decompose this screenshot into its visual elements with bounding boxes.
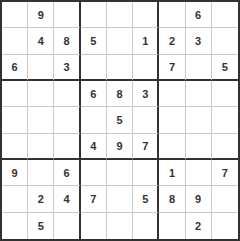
sudoku-cell-r4c6-given[interactable]: 3: [133, 81, 159, 107]
sudoku-cell-r6c9-empty[interactable]: [212, 134, 238, 160]
sudoku-cell-r2c7-given[interactable]: 2: [159, 28, 185, 54]
sudoku-cell-r6c4-given[interactable]: 4: [81, 134, 107, 160]
sudoku-cell-r3c9-given[interactable]: 5: [212, 55, 238, 81]
sudoku-cell-r3c4-empty[interactable]: [81, 55, 107, 81]
sudoku-cell-r3c2-empty[interactable]: [28, 55, 54, 81]
sudoku-cell-r7c1-given[interactable]: 9: [2, 160, 28, 186]
sudoku-cell-r8c4-given[interactable]: 7: [81, 186, 107, 212]
sudoku-cell-r9c3-empty[interactable]: [54, 213, 80, 239]
sudoku-cell-r1c4-empty[interactable]: [81, 2, 107, 28]
sudoku-cell-r1c2-given[interactable]: 9: [28, 2, 54, 28]
sudoku-cell-r9c1-empty[interactable]: [2, 213, 28, 239]
sudoku-cell-r8c3-given[interactable]: 4: [54, 186, 80, 212]
sudoku-cell-r7c7-given[interactable]: 1: [159, 160, 185, 186]
sudoku-cell-r7c6-empty[interactable]: [133, 160, 159, 186]
sudoku-cell-r1c9-empty[interactable]: [212, 2, 238, 28]
sudoku-cell-r1c8-given[interactable]: 6: [186, 2, 212, 28]
sudoku-cell-r3c3-given[interactable]: 3: [54, 55, 80, 81]
sudoku-cell-r7c2-empty[interactable]: [28, 160, 54, 186]
sudoku-cell-r1c5-empty[interactable]: [107, 2, 133, 28]
sudoku-cell-r2c2-given[interactable]: 4: [28, 28, 54, 54]
sudoku-cell-r4c9-empty[interactable]: [212, 81, 238, 107]
sudoku-cell-r7c5-empty[interactable]: [107, 160, 133, 186]
sudoku-cell-r9c8-given[interactable]: 2: [186, 213, 212, 239]
sudoku-cell-r1c1-empty[interactable]: [2, 2, 28, 28]
sudoku-cell-r8c5-empty[interactable]: [107, 186, 133, 212]
sudoku-cell-r2c3-given[interactable]: 8: [54, 28, 80, 54]
sudoku-cell-r4c5-given[interactable]: 8: [107, 81, 133, 107]
sudoku-cell-r2c1-empty[interactable]: [2, 28, 28, 54]
sudoku-cell-r6c5-given[interactable]: 9: [107, 134, 133, 160]
sudoku-cell-r6c1-empty[interactable]: [2, 134, 28, 160]
sudoku-cell-r8c6-given[interactable]: 5: [133, 186, 159, 212]
sudoku-cell-r6c2-empty[interactable]: [28, 134, 54, 160]
sudoku-cell-r7c8-empty[interactable]: [186, 160, 212, 186]
sudoku-cell-r6c7-empty[interactable]: [159, 134, 185, 160]
sudoku-cell-r5c3-empty[interactable]: [54, 107, 80, 133]
sudoku-cell-r8c2-given[interactable]: 2: [28, 186, 54, 212]
sudoku-cell-r9c2-given[interactable]: 5: [28, 213, 54, 239]
sudoku-cell-r4c8-empty[interactable]: [186, 81, 212, 107]
sudoku-cell-r5c1-empty[interactable]: [2, 107, 28, 133]
sudoku-cell-r8c8-given[interactable]: 9: [186, 186, 212, 212]
sudoku-cell-r8c1-empty[interactable]: [2, 186, 28, 212]
sudoku-cell-r9c7-empty[interactable]: [159, 213, 185, 239]
sudoku-cell-r2c4-given[interactable]: 5: [81, 28, 107, 54]
sudoku-cell-r2c9-empty[interactable]: [212, 28, 238, 54]
sudoku-cell-r6c3-empty[interactable]: [54, 134, 80, 160]
sudoku-cell-r5c4-empty[interactable]: [81, 107, 107, 133]
sudoku-cell-r4c1-empty[interactable]: [2, 81, 28, 107]
sudoku-cell-r2c6-given[interactable]: 1: [133, 28, 159, 54]
sudoku-cell-r5c7-empty[interactable]: [159, 107, 185, 133]
sudoku-cell-r4c3-empty[interactable]: [54, 81, 80, 107]
sudoku-cell-r6c6-given[interactable]: 7: [133, 134, 159, 160]
sudoku-cell-r5c5-given[interactable]: 5: [107, 107, 133, 133]
sudoku-cell-r3c5-empty[interactable]: [107, 55, 133, 81]
sudoku-cell-r4c2-empty[interactable]: [28, 81, 54, 107]
sudoku-cell-r7c9-given[interactable]: 7: [212, 160, 238, 186]
sudoku-cell-r6c8-empty[interactable]: [186, 134, 212, 160]
sudoku-cell-r5c2-empty[interactable]: [28, 107, 54, 133]
sudoku-cell-r2c5-empty[interactable]: [107, 28, 133, 54]
sudoku-cell-r1c7-empty[interactable]: [159, 2, 185, 28]
sudoku-cell-r3c8-empty[interactable]: [186, 55, 212, 81]
sudoku-cell-r9c5-empty[interactable]: [107, 213, 133, 239]
sudoku-cell-r4c7-empty[interactable]: [159, 81, 185, 107]
sudoku-cell-r7c4-empty[interactable]: [81, 160, 107, 186]
sudoku-cell-r5c8-empty[interactable]: [186, 107, 212, 133]
sudoku-cell-r3c6-empty[interactable]: [133, 55, 159, 81]
sudoku-cell-r3c1-given[interactable]: 6: [2, 55, 28, 81]
sudoku-cell-r2c8-given[interactable]: 3: [186, 28, 212, 54]
sudoku-cell-r5c6-empty[interactable]: [133, 107, 159, 133]
sudoku-cell-r9c9-empty[interactable]: [212, 213, 238, 239]
sudoku-board: 9648512363756835497961724758952: [0, 0, 240, 241]
sudoku-cell-r4c4-given[interactable]: 6: [81, 81, 107, 107]
sudoku-cell-r7c3-given[interactable]: 6: [54, 160, 80, 186]
sudoku-cell-r3c7-given[interactable]: 7: [159, 55, 185, 81]
sudoku-cell-r8c7-given[interactable]: 8: [159, 186, 185, 212]
sudoku-cell-r9c6-empty[interactable]: [133, 213, 159, 239]
sudoku-cell-r8c9-empty[interactable]: [212, 186, 238, 212]
sudoku-cell-r9c4-empty[interactable]: [81, 213, 107, 239]
sudoku-cell-r1c6-empty[interactable]: [133, 2, 159, 28]
sudoku-cell-r1c3-empty[interactable]: [54, 2, 80, 28]
sudoku-cell-r5c9-empty[interactable]: [212, 107, 238, 133]
